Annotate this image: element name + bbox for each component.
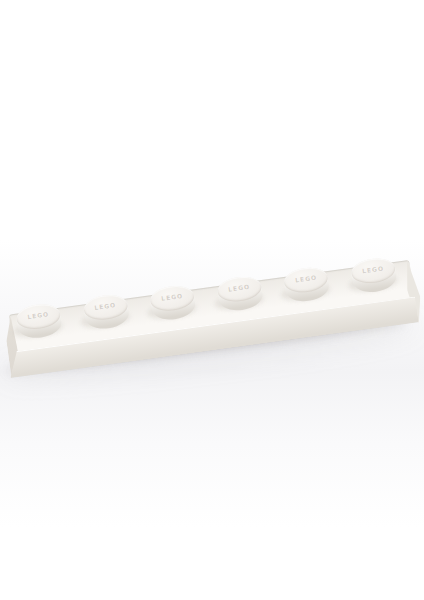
stud-logo-text: LEGO <box>217 281 262 294</box>
stud-logo-text: LEGO <box>16 309 61 322</box>
stud-logo-text: LEGO <box>351 263 396 276</box>
stud-logo-text: LEGO <box>83 300 128 313</box>
stud-logo-text: LEGO <box>150 290 195 303</box>
stud-1: LEGO <box>15 302 63 342</box>
stud-4: LEGO <box>216 274 264 314</box>
product-photo: LEGOLEGOLEGOLEGOLEGOLEGO <box>0 0 424 600</box>
stud-5: LEGO <box>283 265 331 305</box>
stud-2: LEGO <box>82 293 130 333</box>
stud-6: LEGO <box>350 256 398 296</box>
stud-3: LEGO <box>149 283 197 323</box>
stud-logo-text: LEGO <box>284 272 329 285</box>
